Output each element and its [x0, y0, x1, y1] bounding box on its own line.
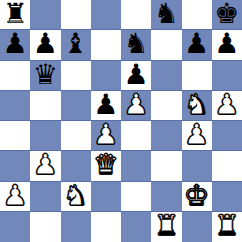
- square-d1[interactable]: [91, 212, 121, 242]
- square-g1[interactable]: [182, 212, 212, 242]
- white-queen[interactable]: ♛: [93, 151, 118, 179]
- square-b7[interactable]: ♟: [30, 30, 60, 60]
- black-rook[interactable]: ♜: [3, 0, 28, 28]
- square-b1[interactable]: [30, 212, 60, 242]
- square-d5[interactable]: ♟: [91, 91, 121, 121]
- square-h2[interactable]: [212, 182, 242, 212]
- square-e4[interactable]: [121, 121, 151, 151]
- black-pawn[interactable]: ♟: [214, 30, 239, 58]
- square-e3[interactable]: [121, 151, 151, 181]
- square-g2[interactable]: ♚: [182, 182, 212, 212]
- white-pawn[interactable]: ♟: [214, 91, 239, 119]
- black-pawn[interactable]: ♟: [184, 30, 209, 58]
- square-f1[interactable]: ♜: [151, 212, 181, 242]
- square-b6[interactable]: ♛: [30, 61, 60, 91]
- square-g7[interactable]: ♟: [182, 30, 212, 60]
- white-rook[interactable]: ♜: [214, 212, 239, 240]
- square-f4[interactable]: [151, 121, 181, 151]
- square-a1[interactable]: [0, 212, 30, 242]
- square-b4[interactable]: [30, 121, 60, 151]
- square-e6[interactable]: ♟: [121, 61, 151, 91]
- square-h7[interactable]: ♟: [212, 30, 242, 60]
- square-h5[interactable]: ♟: [212, 91, 242, 121]
- square-a6[interactable]: [0, 61, 30, 91]
- white-king[interactable]: ♚: [184, 182, 209, 210]
- square-g3[interactable]: [182, 151, 212, 181]
- white-pawn[interactable]: ♟: [33, 151, 58, 179]
- white-rook[interactable]: ♜: [154, 212, 179, 240]
- square-e1[interactable]: [121, 212, 151, 242]
- square-b2[interactable]: [30, 182, 60, 212]
- square-d3[interactable]: ♛: [91, 151, 121, 181]
- black-knight[interactable]: ♞: [154, 0, 179, 28]
- square-c4[interactable]: [61, 121, 91, 151]
- square-d2[interactable]: [91, 182, 121, 212]
- square-g4[interactable]: ♟: [182, 121, 212, 151]
- square-b3[interactable]: ♟: [30, 151, 60, 181]
- square-c1[interactable]: [61, 212, 91, 242]
- square-h6[interactable]: [212, 61, 242, 91]
- square-d4[interactable]: ♟: [91, 121, 121, 151]
- square-a3[interactable]: [0, 151, 30, 181]
- square-e5[interactable]: ♟: [121, 91, 151, 121]
- black-pawn[interactable]: ♟: [33, 30, 58, 58]
- white-pawn[interactable]: ♟: [3, 182, 28, 210]
- square-d6[interactable]: [91, 61, 121, 91]
- square-f2[interactable]: [151, 182, 181, 212]
- square-a5[interactable]: [0, 91, 30, 121]
- square-d8[interactable]: [91, 0, 121, 30]
- black-pawn[interactable]: ♟: [3, 30, 28, 58]
- square-e2[interactable]: [121, 182, 151, 212]
- black-king[interactable]: ♚: [214, 0, 239, 28]
- square-a8[interactable]: ♜: [0, 0, 30, 30]
- square-f6[interactable]: [151, 61, 181, 91]
- square-b5[interactable]: [30, 91, 60, 121]
- black-bishop[interactable]: ♝: [63, 30, 88, 58]
- square-c7[interactable]: ♝: [61, 30, 91, 60]
- square-g8[interactable]: [182, 0, 212, 30]
- square-c8[interactable]: [61, 0, 91, 30]
- square-h1[interactable]: ♜: [212, 212, 242, 242]
- square-c6[interactable]: [61, 61, 91, 91]
- square-b8[interactable]: [30, 0, 60, 30]
- white-pawn[interactable]: ♟: [124, 91, 149, 119]
- black-pawn[interactable]: ♟: [93, 91, 118, 119]
- square-a7[interactable]: ♟: [0, 30, 30, 60]
- square-f5[interactable]: [151, 91, 181, 121]
- white-pawn[interactable]: ♟: [184, 121, 209, 149]
- black-knight[interactable]: ♞: [124, 30, 149, 58]
- black-pawn[interactable]: ♟: [124, 61, 149, 89]
- square-h3[interactable]: [212, 151, 242, 181]
- square-e8[interactable]: [121, 0, 151, 30]
- square-a4[interactable]: [0, 121, 30, 151]
- square-h8[interactable]: ♚: [212, 0, 242, 30]
- square-h4[interactable]: [212, 121, 242, 151]
- square-f3[interactable]: [151, 151, 181, 181]
- square-d7[interactable]: [91, 30, 121, 60]
- square-g5[interactable]: ♞: [182, 91, 212, 121]
- black-queen[interactable]: ♛: [33, 61, 58, 89]
- square-c5[interactable]: [61, 91, 91, 121]
- white-pawn[interactable]: ♟: [93, 121, 118, 149]
- square-a2[interactable]: ♟: [0, 182, 30, 212]
- square-e7[interactable]: ♞: [121, 30, 151, 60]
- white-knight[interactable]: ♞: [184, 91, 209, 119]
- white-knight[interactable]: ♞: [63, 182, 88, 210]
- square-f7[interactable]: [151, 30, 181, 60]
- chess-board: ♜♞♚♟♟♝♞♟♟♛♟♟♟♞♟♟♟♟♛♟♞♚♜♜: [0, 0, 242, 242]
- square-g6[interactable]: [182, 61, 212, 91]
- square-f8[interactable]: ♞: [151, 0, 181, 30]
- square-c2[interactable]: ♞: [61, 182, 91, 212]
- square-c3[interactable]: [61, 151, 91, 181]
